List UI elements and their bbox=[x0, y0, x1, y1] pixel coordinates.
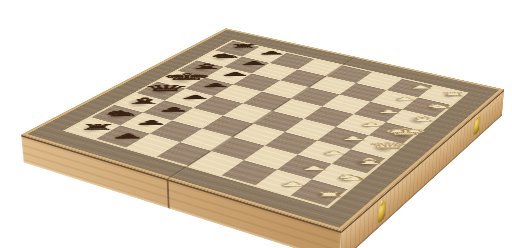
piece-contact-shadow bbox=[345, 155, 384, 173]
square-c3[interactable] bbox=[265, 132, 317, 155]
piece-contact-shadow bbox=[272, 179, 301, 193]
chess-set-photo: ♜♞♝♛♚♝♞♜♟♟♟♟♟♟♟♟♟♟♟♟♟♟♟♟♜♞♝♛♚♝♞♜ bbox=[0, 0, 512, 248]
piece-white-knight-g1[interactable]: ♞ bbox=[418, 103, 457, 109]
square-b4[interactable] bbox=[211, 137, 264, 160]
piece-white-pawn-h2[interactable]: ♟ bbox=[406, 85, 436, 89]
piece-black-bishop-c8[interactable]: ♝ bbox=[117, 97, 170, 105]
square-d3[interactable] bbox=[285, 119, 336, 141]
square-b1[interactable] bbox=[312, 164, 367, 189]
square-b7[interactable] bbox=[120, 113, 172, 134]
square-a1[interactable] bbox=[291, 179, 348, 206]
piece-contact-shadow bbox=[307, 188, 339, 203]
piece-black-pawn-d7[interactable]: ♟ bbox=[175, 94, 213, 99]
board-surface bbox=[21, 28, 504, 231]
piece-black-king-e8[interactable]: ♚ bbox=[156, 72, 216, 80]
piece-black-queen-d8[interactable]: ♛ bbox=[137, 84, 194, 92]
piece-black-bishop-f8[interactable]: ♝ bbox=[182, 63, 231, 70]
square-d2[interactable] bbox=[317, 127, 368, 149]
square-a5[interactable] bbox=[157, 142, 211, 166]
piece-contact-shadow bbox=[335, 134, 362, 146]
square-a4[interactable] bbox=[189, 151, 244, 175]
square-a6[interactable] bbox=[126, 134, 180, 157]
piece-contact-shadow bbox=[326, 171, 362, 188]
square-a8[interactable] bbox=[67, 117, 120, 138]
piece-black-pawn-e7[interactable]: ♟ bbox=[196, 82, 233, 87]
square-c1[interactable] bbox=[332, 149, 385, 173]
piece-black-pawn-f7[interactable]: ♟ bbox=[217, 71, 253, 76]
piece-white-pawn-g2[interactable]: ♟ bbox=[390, 97, 420, 101]
square-a2[interactable] bbox=[256, 170, 312, 196]
piece-black-pawn-g7[interactable]: ♟ bbox=[236, 61, 271, 66]
square-e2[interactable] bbox=[336, 114, 386, 135]
chess-board: ♜♞♝♛♚♝♞♜♟♟♟♟♟♟♟♟♟♟♟♟♟♟♟♟♜♞♝♛♚♝♞♜ bbox=[21, 28, 504, 231]
square-a7[interactable] bbox=[96, 125, 149, 147]
square-b2[interactable] bbox=[277, 155, 331, 180]
square-d1[interactable] bbox=[351, 135, 403, 158]
square-a3[interactable] bbox=[222, 160, 278, 185]
piece-contact-shadow bbox=[294, 163, 322, 176]
square-c2[interactable] bbox=[298, 140, 351, 163]
brass-clasp-icon[interactable] bbox=[474, 116, 480, 135]
piece-white-rook-h1[interactable]: ♜ bbox=[436, 92, 470, 97]
piece-contact-shadow bbox=[104, 130, 139, 145]
piece-black-pawn-h7[interactable]: ♟ bbox=[254, 50, 288, 55]
square-b6[interactable] bbox=[150, 120, 202, 142]
square-b5[interactable] bbox=[180, 129, 233, 151]
fold-seam-edge bbox=[167, 181, 170, 209]
brass-clasp-icon[interactable] bbox=[378, 200, 386, 222]
piece-contact-shadow bbox=[315, 148, 342, 160]
piece-black-rook-h8[interactable]: ♜ bbox=[225, 44, 262, 49]
square-c5[interactable] bbox=[202, 116, 253, 137]
piece-contact-shadow bbox=[361, 139, 404, 158]
square-b3[interactable] bbox=[244, 146, 298, 170]
piece-black-knight-g8[interactable]: ♞ bbox=[203, 53, 247, 59]
square-d4[interactable] bbox=[253, 111, 304, 132]
piece-black-pawn-c7[interactable]: ♟ bbox=[154, 106, 193, 112]
square-c4[interactable] bbox=[233, 124, 285, 146]
